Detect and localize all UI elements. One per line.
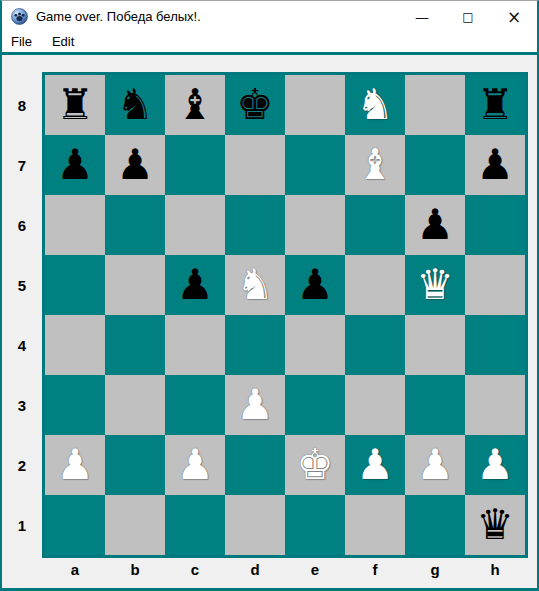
square-b2[interactable] [105, 435, 165, 495]
white-pawn[interactable]: ♟ [236, 384, 274, 426]
square-c1[interactable] [165, 495, 225, 555]
square-b5[interactable] [105, 255, 165, 315]
square-g8[interactable] [405, 75, 465, 135]
square-e1[interactable] [285, 495, 345, 555]
square-b4[interactable] [105, 315, 165, 375]
file-label-c: c [165, 561, 225, 578]
square-c4[interactable] [165, 315, 225, 375]
white-pawn[interactable]: ♟ [356, 444, 394, 486]
close-button[interactable]: × [491, 1, 537, 32]
square-d1[interactable] [225, 495, 285, 555]
square-e5[interactable]: ♟ [285, 255, 345, 315]
rank-label-5: 5 [2, 255, 42, 315]
square-d7[interactable] [225, 135, 285, 195]
black-king[interactable]: ♚ [236, 84, 274, 126]
square-f8[interactable]: ♞ [345, 75, 405, 135]
square-h4[interactable] [465, 315, 525, 375]
square-g5[interactable]: ♛ [405, 255, 465, 315]
square-h6[interactable] [465, 195, 525, 255]
square-g6[interactable]: ♟ [405, 195, 465, 255]
square-g1[interactable] [405, 495, 465, 555]
black-pawn[interactable]: ♟ [176, 264, 214, 306]
square-h2[interactable]: ♟ [465, 435, 525, 495]
file-label-e: e [285, 561, 345, 578]
app-paw-icon [11, 8, 28, 25]
window-title: Game over. Победа белых!. [36, 9, 399, 24]
file-label-h: h [465, 561, 525, 578]
square-f3[interactable] [345, 375, 405, 435]
square-h7[interactable]: ♟ [465, 135, 525, 195]
square-a1[interactable] [45, 495, 105, 555]
square-c3[interactable] [165, 375, 225, 435]
black-knight[interactable]: ♞ [116, 84, 154, 126]
square-e8[interactable] [285, 75, 345, 135]
black-bishop[interactable]: ♝ [176, 84, 214, 126]
black-rook[interactable]: ♜ [56, 84, 94, 126]
window-controls: — □ × [399, 1, 537, 32]
white-pawn[interactable]: ♟ [56, 444, 94, 486]
square-c6[interactable] [165, 195, 225, 255]
square-h1[interactable]: ♛ [465, 495, 525, 555]
white-pawn[interactable]: ♟ [416, 444, 454, 486]
rank-label-6: 6 [2, 195, 42, 255]
board-frame: ♜♞♝♚♞♜♟♟♝♟♟♟♞♟♛♟♟♟♚♟♟♟♛ [42, 72, 528, 558]
black-pawn[interactable]: ♟ [416, 204, 454, 246]
square-a7[interactable]: ♟ [45, 135, 105, 195]
black-pawn[interactable]: ♟ [56, 144, 94, 186]
square-c2[interactable]: ♟ [165, 435, 225, 495]
square-d3[interactable]: ♟ [225, 375, 285, 435]
square-d8[interactable]: ♚ [225, 75, 285, 135]
square-b3[interactable] [105, 375, 165, 435]
square-g4[interactable] [405, 315, 465, 375]
black-pawn[interactable]: ♟ [116, 144, 154, 186]
minimize-button[interactable]: — [399, 1, 445, 32]
square-e6[interactable] [285, 195, 345, 255]
square-h3[interactable] [465, 375, 525, 435]
rank-label-4: 4 [2, 315, 42, 375]
square-g7[interactable] [405, 135, 465, 195]
square-e7[interactable] [285, 135, 345, 195]
title-bar: Game over. Победа белых!. — □ × [2, 1, 537, 32]
board: ♜♞♝♚♞♜♟♟♝♟♟♟♞♟♛♟♟♟♚♟♟♟♛ [45, 75, 525, 555]
board-area: 87654321 ♜♞♝♚♞♜♟♟♝♟♟♟♞♟♛♟♟♟♚♟♟♟♛ abcdefg… [2, 55, 537, 588]
white-knight[interactable]: ♞ [356, 84, 394, 126]
square-b6[interactable] [105, 195, 165, 255]
menu-edit[interactable]: Edit [52, 33, 83, 51]
square-f4[interactable] [345, 315, 405, 375]
square-f2[interactable]: ♟ [345, 435, 405, 495]
square-d6[interactable] [225, 195, 285, 255]
square-b1[interactable] [105, 495, 165, 555]
menu-file[interactable]: File [11, 33, 41, 51]
square-a2[interactable]: ♟ [45, 435, 105, 495]
square-f1[interactable] [345, 495, 405, 555]
rank-label-1: 1 [2, 495, 42, 555]
rank-label-7: 7 [2, 135, 42, 195]
menu-bar: File Edit [2, 32, 537, 55]
square-f7[interactable]: ♝ [345, 135, 405, 195]
square-b7[interactable]: ♟ [105, 135, 165, 195]
white-bishop[interactable]: ♝ [356, 144, 394, 186]
square-d5[interactable]: ♞ [225, 255, 285, 315]
white-knight[interactable]: ♞ [236, 264, 274, 306]
black-rook[interactable]: ♜ [476, 84, 514, 126]
file-label-a: a [45, 561, 105, 578]
square-e4[interactable] [285, 315, 345, 375]
square-c7[interactable] [165, 135, 225, 195]
rank-label-3: 3 [2, 375, 42, 435]
square-c8[interactable]: ♝ [165, 75, 225, 135]
square-d4[interactable] [225, 315, 285, 375]
square-a8[interactable]: ♜ [45, 75, 105, 135]
rank-label-2: 2 [2, 435, 42, 495]
square-a4[interactable] [45, 315, 105, 375]
square-a6[interactable] [45, 195, 105, 255]
square-a3[interactable] [45, 375, 105, 435]
white-pawn[interactable]: ♟ [176, 444, 214, 486]
square-g2[interactable]: ♟ [405, 435, 465, 495]
square-f6[interactable] [345, 195, 405, 255]
black-queen[interactable]: ♛ [476, 504, 514, 546]
file-label-d: d [225, 561, 285, 578]
square-c5[interactable]: ♟ [165, 255, 225, 315]
square-a5[interactable] [45, 255, 105, 315]
white-king[interactable]: ♚ [296, 444, 334, 486]
black-pawn[interactable]: ♟ [296, 264, 334, 306]
square-g3[interactable] [405, 375, 465, 435]
rank-labels: 87654321 [2, 75, 42, 555]
app-window: Game over. Победа белых!. — □ × File Edi… [0, 0, 539, 591]
square-h5[interactable] [465, 255, 525, 315]
square-d2[interactable] [225, 435, 285, 495]
rank-label-8: 8 [2, 75, 42, 135]
maximize-button[interactable]: □ [445, 1, 491, 32]
white-pawn[interactable]: ♟ [476, 444, 514, 486]
file-label-g: g [405, 561, 465, 578]
square-f5[interactable] [345, 255, 405, 315]
white-queen[interactable]: ♛ [416, 264, 454, 306]
square-e2[interactable]: ♚ [285, 435, 345, 495]
file-label-f: f [345, 561, 405, 578]
square-b8[interactable]: ♞ [105, 75, 165, 135]
file-label-b: b [105, 561, 165, 578]
black-pawn[interactable]: ♟ [476, 144, 514, 186]
square-e3[interactable] [285, 375, 345, 435]
square-h8[interactable]: ♜ [465, 75, 525, 135]
file-labels: abcdefgh [45, 561, 525, 578]
